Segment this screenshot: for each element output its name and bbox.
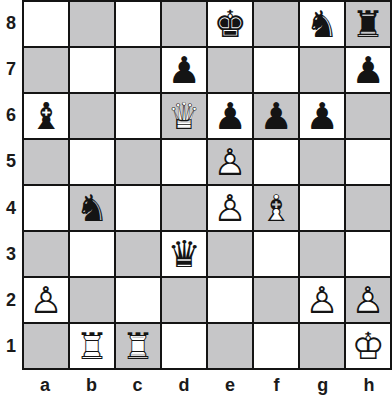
file-label-d: d <box>161 370 207 400</box>
square-g7[interactable] <box>300 48 344 92</box>
square-d5[interactable] <box>162 140 206 184</box>
square-b1[interactable]: ♜♖ <box>70 324 114 368</box>
square-b3[interactable] <box>70 232 114 276</box>
square-b5[interactable] <box>70 140 114 184</box>
black-pawn: ♟ <box>208 94 252 138</box>
square-a6[interactable]: ♝ <box>24 94 68 138</box>
square-c2[interactable] <box>116 278 160 322</box>
square-d7[interactable]: ♟ <box>162 48 206 92</box>
square-c1[interactable]: ♜♖ <box>116 324 160 368</box>
black-king: ♚ <box>208 2 252 46</box>
rank-label-5: 5 <box>0 139 22 185</box>
square-g5[interactable] <box>300 140 344 184</box>
square-a4[interactable] <box>24 186 68 230</box>
black-bishop: ♝ <box>24 94 68 138</box>
file-labels: abcdefgh <box>22 370 392 400</box>
square-h5[interactable] <box>346 140 390 184</box>
file-label-e: e <box>207 370 253 400</box>
file-label-b: b <box>68 370 114 400</box>
square-e7[interactable] <box>208 48 252 92</box>
square-c4[interactable] <box>116 186 160 230</box>
black-knight: ♞ <box>300 2 344 46</box>
square-e8[interactable]: ♚ <box>208 2 252 46</box>
rank-labels: 87654321 <box>0 0 22 370</box>
rank-label-8: 8 <box>0 0 22 46</box>
square-g1[interactable] <box>300 324 344 368</box>
rank-label-3: 3 <box>0 231 22 277</box>
square-d4[interactable] <box>162 186 206 230</box>
corner-spacer <box>0 370 22 400</box>
rank-label-4: 4 <box>0 185 22 231</box>
square-b7[interactable] <box>70 48 114 92</box>
square-b6[interactable] <box>70 94 114 138</box>
white-bishop: ♝♗ <box>254 186 298 230</box>
square-f6[interactable]: ♟ <box>254 94 298 138</box>
chess-diagram: 87654321 ♚♞♜♟♟♝♛♕♟♟♟♟♙♞♟♙♝♗♛♟♙♟♙♟♙♜♖♜♖♚♔… <box>0 0 392 400</box>
black-knight: ♞ <box>70 186 114 230</box>
white-pawn: ♟♙ <box>208 186 252 230</box>
square-c8[interactable] <box>116 2 160 46</box>
chess-board: ♚♞♜♟♟♝♛♕♟♟♟♟♙♞♟♙♝♗♛♟♙♟♙♟♙♜♖♜♖♚♔ <box>22 0 392 370</box>
square-e1[interactable] <box>208 324 252 368</box>
rank-label-1: 1 <box>0 324 22 370</box>
white-queen: ♛♕ <box>162 94 206 138</box>
file-label-f: f <box>253 370 299 400</box>
square-f2[interactable] <box>254 278 298 322</box>
white-pawn: ♟♙ <box>24 278 68 322</box>
rank-label-6: 6 <box>0 93 22 139</box>
square-e3[interactable] <box>208 232 252 276</box>
black-pawn: ♟ <box>254 94 298 138</box>
square-h7[interactable]: ♟ <box>346 48 390 92</box>
square-b2[interactable] <box>70 278 114 322</box>
square-a1[interactable] <box>24 324 68 368</box>
square-h6[interactable] <box>346 94 390 138</box>
square-g6[interactable]: ♟ <box>300 94 344 138</box>
square-f5[interactable] <box>254 140 298 184</box>
square-f7[interactable] <box>254 48 298 92</box>
square-f1[interactable] <box>254 324 298 368</box>
square-e2[interactable] <box>208 278 252 322</box>
file-label-c: c <box>115 370 161 400</box>
square-d2[interactable] <box>162 278 206 322</box>
white-pawn: ♟♙ <box>346 278 390 322</box>
rank-label-7: 7 <box>0 46 22 92</box>
square-c6[interactable] <box>116 94 160 138</box>
black-pawn: ♟ <box>162 48 206 92</box>
file-label-g: g <box>300 370 346 400</box>
square-c3[interactable] <box>116 232 160 276</box>
square-a3[interactable] <box>24 232 68 276</box>
square-b8[interactable] <box>70 2 114 46</box>
square-c7[interactable] <box>116 48 160 92</box>
square-g4[interactable] <box>300 186 344 230</box>
square-f8[interactable] <box>254 2 298 46</box>
white-king: ♚♔ <box>346 324 390 368</box>
file-label-h: h <box>346 370 392 400</box>
black-rook: ♜ <box>346 2 390 46</box>
square-c5[interactable] <box>116 140 160 184</box>
square-d1[interactable] <box>162 324 206 368</box>
square-a7[interactable] <box>24 48 68 92</box>
square-e6[interactable]: ♟ <box>208 94 252 138</box>
square-f3[interactable] <box>254 232 298 276</box>
black-queen: ♛ <box>162 232 206 276</box>
white-rook: ♜♖ <box>116 324 160 368</box>
square-g8[interactable]: ♞ <box>300 2 344 46</box>
square-d8[interactable] <box>162 2 206 46</box>
white-pawn: ♟♙ <box>300 278 344 322</box>
square-h4[interactable] <box>346 186 390 230</box>
square-a8[interactable] <box>24 2 68 46</box>
square-h1[interactable]: ♚♔ <box>346 324 390 368</box>
white-rook: ♜♖ <box>70 324 114 368</box>
rank-label-2: 2 <box>0 278 22 324</box>
file-label-a: a <box>22 370 68 400</box>
square-h8[interactable]: ♜ <box>346 2 390 46</box>
square-b4[interactable]: ♞ <box>70 186 114 230</box>
square-e5[interactable]: ♟♙ <box>208 140 252 184</box>
square-h2[interactable]: ♟♙ <box>346 278 390 322</box>
black-pawn: ♟ <box>300 94 344 138</box>
white-pawn: ♟♙ <box>208 140 252 184</box>
square-f4[interactable]: ♝♗ <box>254 186 298 230</box>
square-a2[interactable]: ♟♙ <box>24 278 68 322</box>
square-h3[interactable] <box>346 232 390 276</box>
square-g3[interactable] <box>300 232 344 276</box>
square-g2[interactable]: ♟♙ <box>300 278 344 322</box>
square-d6[interactable]: ♛♕ <box>162 94 206 138</box>
square-d3[interactable]: ♛ <box>162 232 206 276</box>
square-e4[interactable]: ♟♙ <box>208 186 252 230</box>
square-a5[interactable] <box>24 140 68 184</box>
black-pawn: ♟ <box>346 48 390 92</box>
